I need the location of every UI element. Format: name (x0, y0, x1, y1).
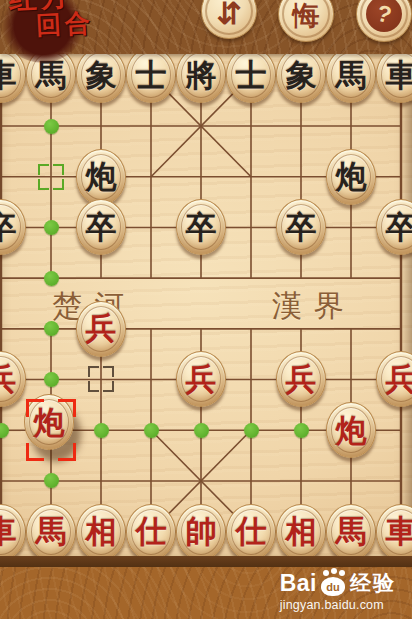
piece-black-soldier[interactable]: 卒 (176, 199, 226, 255)
undo-move-button[interactable]: 悔 (278, 0, 334, 42)
legal-move-dot[interactable] (0, 423, 9, 438)
piece-black-cannon[interactable]: 炮 (76, 149, 126, 205)
piece-red-elephant[interactable]: 相 (276, 504, 326, 560)
piece-red-soldier[interactable]: 兵 (176, 351, 226, 407)
xiangqi-app-screen: 楚河 漢界 車馬象士將士象馬車炮炮卒卒卒卒卒兵兵兵兵兵炮炮車馬相仕帥仕相馬車 红… (0, 0, 412, 619)
brand-jingyan-text: 经验 (350, 569, 396, 597)
legal-move-dot[interactable] (44, 271, 59, 286)
swap-arrows-icon: ⇵ (216, 0, 241, 31)
piece-black-chariot[interactable]: 車 (376, 47, 412, 103)
legal-move-dot[interactable] (44, 321, 59, 336)
legal-move-dot[interactable] (44, 473, 59, 488)
piece-red-elephant[interactable]: 相 (76, 504, 126, 560)
piece-red-cannon[interactable]: 炮 (326, 402, 376, 458)
watermark-url: jingyan.baidu.com (280, 598, 384, 612)
piece-red-soldier[interactable]: 兵 (276, 351, 326, 407)
legal-move-dot[interactable] (44, 372, 59, 387)
piece-red-horse[interactable]: 馬 (26, 504, 76, 560)
piece-red-soldier[interactable]: 兵 (76, 301, 126, 357)
baidu-paw-icon: du (320, 570, 347, 596)
top-bar: 红方 回合 ⇵ 悔 ? (0, 0, 412, 54)
piece-black-soldier[interactable]: 卒 (0, 199, 26, 255)
turn-indicator-badge: 红方 回合 (0, 0, 114, 69)
legal-move-dot[interactable] (294, 423, 309, 438)
piece-red-chariot[interactable]: 車 (376, 504, 412, 560)
legal-move-dot[interactable] (194, 423, 209, 438)
legal-move-dot[interactable] (44, 220, 59, 235)
last-move-marker-dark (88, 366, 114, 392)
piece-black-soldier[interactable]: 卒 (76, 199, 126, 255)
board-lattice: 車馬象士將士象馬車炮炮卒卒卒卒卒兵兵兵兵兵炮炮車馬相仕帥仕相馬車 (0, 50, 412, 557)
piece-red-chariot[interactable]: 車 (0, 504, 26, 560)
footer-watermark-bar: Bai du 经验 jingyan.baidu.com (0, 567, 412, 619)
legal-move-dot[interactable] (144, 423, 159, 438)
switch-sides-button[interactable]: ⇵ (201, 0, 257, 39)
legal-move-dot[interactable] (94, 423, 109, 438)
piece-red-advisor[interactable]: 仕 (126, 504, 176, 560)
piece-red-soldier[interactable]: 兵 (0, 351, 26, 407)
piece-black-elephant[interactable]: 象 (276, 47, 326, 103)
question-mark-icon: ? (374, 0, 394, 29)
hint-disc: ? (366, 0, 402, 32)
piece-red-cannon[interactable]: 炮 (24, 394, 74, 450)
piece-red-general[interactable]: 帥 (176, 504, 226, 560)
piece-red-advisor[interactable]: 仕 (226, 504, 276, 560)
piece-black-horse[interactable]: 馬 (326, 47, 376, 103)
piece-black-soldier[interactable]: 卒 (376, 199, 412, 255)
piece-red-horse[interactable]: 馬 (326, 504, 376, 560)
undo-icon: 悔 (293, 0, 320, 34)
last-move-marker-green (38, 164, 64, 190)
bottom-edge-strip (0, 556, 412, 567)
piece-black-general[interactable]: 將 (176, 47, 226, 103)
piece-black-advisor[interactable]: 士 (226, 47, 276, 103)
hint-button[interactable]: ? (356, 0, 412, 42)
piece-black-cannon[interactable]: 炮 (326, 149, 376, 205)
board: 楚河 漢界 車馬象士將士象馬車炮炮卒卒卒卒卒兵兵兵兵兵炮炮車馬相仕帥仕相馬車 (0, 54, 412, 557)
piece-black-advisor[interactable]: 士 (126, 47, 176, 103)
legal-move-dot[interactable] (44, 119, 59, 134)
legal-move-dot[interactable] (244, 423, 259, 438)
brand-bai-text: Bai (280, 570, 317, 597)
piece-red-soldier[interactable]: 兵 (376, 351, 412, 407)
baidu-jingyan-logo: Bai du 经验 jingyan.baidu.com (280, 569, 396, 612)
turn-text-line2: 回合 (35, 6, 95, 42)
piece-black-soldier[interactable]: 卒 (276, 199, 326, 255)
